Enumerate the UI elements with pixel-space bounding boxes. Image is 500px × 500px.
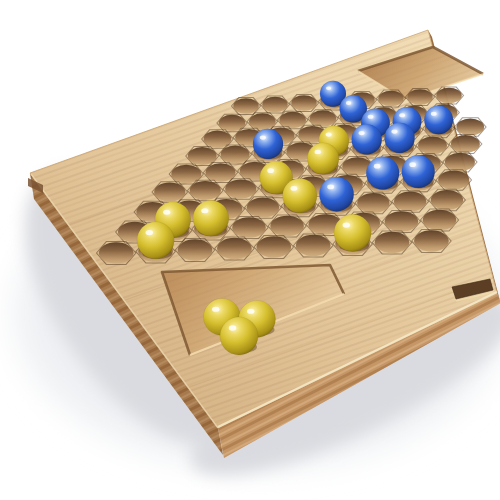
- yellow-marble[interactable]: [307, 143, 339, 175]
- blue-marble[interactable]: [319, 177, 353, 212]
- blue-marble[interactable]: [402, 155, 435, 188]
- board-hole[interactable]: [454, 118, 486, 136]
- yellow-marble[interactable]: [283, 178, 317, 213]
- marble-board-photo: [0, 0, 500, 500]
- product-photo-stage: [0, 0, 500, 500]
- blue-marble[interactable]: [253, 129, 283, 160]
- blue-marble[interactable]: [366, 157, 399, 190]
- yellow-marble[interactable]: [193, 200, 229, 236]
- yellow-marble[interactable]: [137, 222, 174, 259]
- blue-marble[interactable]: [352, 124, 382, 155]
- tray-marble-yellow[interactable]: [220, 317, 258, 355]
- yellow-marble[interactable]: [334, 214, 371, 251]
- blue-marble[interactable]: [424, 105, 453, 134]
- blue-marble[interactable]: [385, 123, 415, 154]
